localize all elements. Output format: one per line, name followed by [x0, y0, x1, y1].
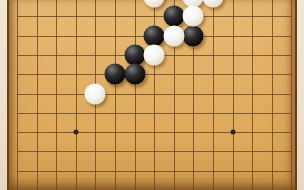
grid-line-vertical [37, 0, 38, 190]
grid-line-horizontal [17, 113, 292, 114]
grid-line-horizontal [17, 171, 292, 172]
stone-white-c8r2[interactable] [163, 25, 184, 46]
grid-line-vertical [272, 0, 273, 190]
stone-white-c4r5[interactable] [85, 83, 106, 104]
star-point [73, 130, 78, 135]
grid-line-vertical [213, 0, 214, 190]
stone-white-c7r0[interactable] [144, 0, 165, 8]
grid-line-vertical [291, 0, 292, 190]
grid-line-vertical [76, 0, 77, 190]
stone-black-c9r2[interactable] [183, 25, 204, 46]
stone-white-c10r0[interactable] [203, 0, 224, 8]
stone-black-c5r4[interactable] [105, 64, 126, 85]
grid-line-horizontal [17, 16, 292, 17]
grid-line-horizontal [17, 94, 292, 95]
grid-line-vertical [135, 0, 136, 190]
grid-line-vertical [115, 0, 116, 190]
grid-line-horizontal [17, 132, 292, 133]
stone-black-c6r3[interactable] [124, 44, 145, 65]
video-thumbnail [0, 0, 304, 190]
stone-black-c7r2[interactable] [144, 25, 165, 46]
star-point [230, 130, 235, 135]
grid-line-horizontal [17, 151, 292, 152]
stone-black-c8r1[interactable] [163, 6, 184, 27]
grid-line-vertical [233, 0, 234, 190]
go-board[interactable] [7, 0, 297, 190]
stone-black-c6r4[interactable] [124, 64, 145, 85]
stone-white-c7r3[interactable] [144, 44, 165, 65]
grid-line-vertical [252, 0, 253, 190]
grid-line-vertical [56, 0, 57, 190]
stone-white-c9r1[interactable] [183, 6, 204, 27]
grid-line-vertical [17, 0, 18, 190]
grid-line-horizontal [17, 74, 292, 75]
